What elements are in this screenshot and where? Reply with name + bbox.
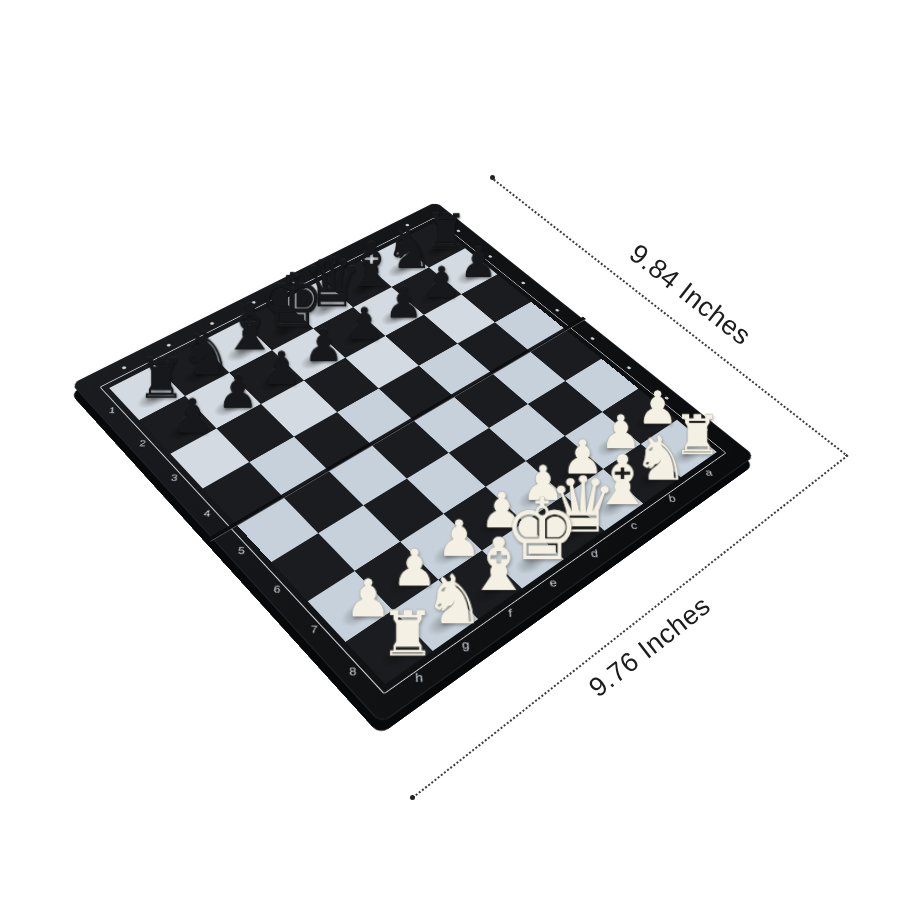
frame-dot <box>521 281 526 284</box>
dimension-endpoint-dot-bottom <box>410 795 415 800</box>
piece-black-pawn[interactable]: ♟ <box>171 392 213 439</box>
frame-dot <box>121 366 127 370</box>
piece-black-pawn[interactable]: ♟ <box>304 323 344 368</box>
piece-white-rook[interactable]: ♜ <box>380 603 436 666</box>
piece-black-pawn[interactable]: ♟ <box>460 242 497 284</box>
piece-black-pawn[interactable]: ♟ <box>261 345 302 391</box>
piece-black-pawn[interactable]: ♟ <box>384 281 423 324</box>
piece-black-pawn[interactable]: ♟ <box>217 369 259 415</box>
frame-dot <box>626 366 631 370</box>
frame-dot <box>590 337 595 341</box>
piece-black-pawn[interactable]: ♟ <box>423 261 461 303</box>
board-grid: ♜♞♝♚♛♝♞♜♟♟♟♟♟♟♟♟♟♟♟♟♟♟♟♟♜♞♝♚♛♝♞♜ <box>109 223 717 684</box>
piece-black-pawn[interactable]: ♟ <box>345 302 384 346</box>
product-photo-scene: ♜♞♝♚♛♝♞♜♟♟♟♟♟♟♟♟♟♟♟♟♟♟♟♟♜♞♝♚♛♝♞♜ hgfedcb… <box>0 0 900 900</box>
frame-dot <box>555 308 560 312</box>
dimension-endpoint-dot-top <box>490 175 495 180</box>
frame-rank-label-5: 5 <box>225 527 258 575</box>
